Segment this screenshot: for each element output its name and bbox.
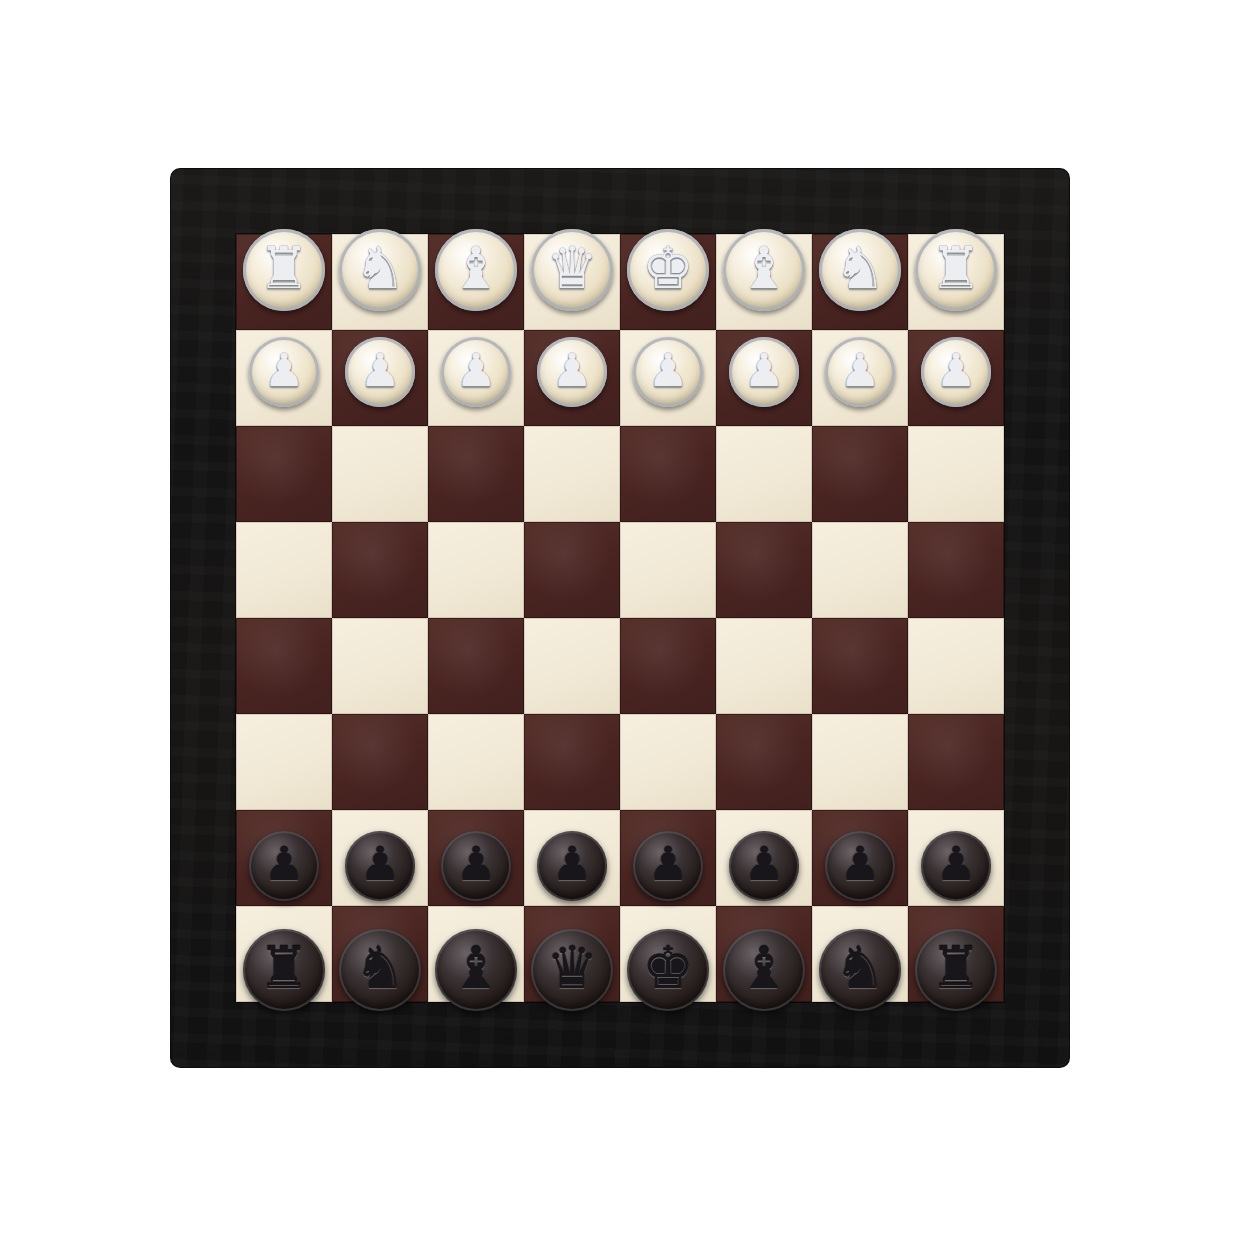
square-f7[interactable]: ♟ <box>716 330 812 426</box>
knight-icon: ♞ <box>834 939 886 997</box>
square-d3[interactable] <box>524 714 620 810</box>
black-pawn-b2[interactable]: ♟ <box>345 831 415 901</box>
king-icon: ♚ <box>642 239 694 297</box>
square-a3[interactable] <box>236 714 332 810</box>
silver-pawn-h7[interactable]: ♟ <box>921 337 991 407</box>
pawn-icon: ♟ <box>263 841 304 887</box>
pawn-icon: ♟ <box>359 841 400 887</box>
silver-pawn-g7[interactable]: ♟ <box>825 337 895 407</box>
silver-queen-d8[interactable]: ♛ <box>531 229 613 311</box>
silver-bishop-c8[interactable]: ♝ <box>435 229 517 311</box>
silver-bishop-f8[interactable]: ♝ <box>723 229 805 311</box>
product-photo-canvas: { "game": "chess", "position": { "fen": … <box>0 0 1240 1240</box>
bishop-icon: ♝ <box>450 239 502 297</box>
square-g1[interactable]: ♞ <box>812 906 908 1002</box>
square-e3[interactable] <box>620 714 716 810</box>
square-d4[interactable] <box>524 618 620 714</box>
black-pawn-c2[interactable]: ♟ <box>441 831 511 901</box>
square-c7[interactable]: ♟ <box>428 330 524 426</box>
square-a6[interactable] <box>236 426 332 522</box>
black-rook-h1[interactable]: ♜ <box>915 929 997 1011</box>
square-e2[interactable]: ♟ <box>620 810 716 906</box>
bishop-icon: ♝ <box>450 939 502 997</box>
silver-rook-a8[interactable]: ♜ <box>243 229 325 311</box>
square-g2[interactable]: ♟ <box>812 810 908 906</box>
silver-pawn-d7[interactable]: ♟ <box>537 337 607 407</box>
square-b1[interactable]: ♞ <box>332 906 428 1002</box>
rook-icon: ♜ <box>258 239 310 297</box>
square-h7[interactable]: ♟ <box>908 330 1004 426</box>
square-h5[interactable] <box>908 522 1004 618</box>
knight-icon: ♞ <box>834 239 886 297</box>
pawn-icon: ♟ <box>935 347 976 393</box>
square-c6[interactable] <box>428 426 524 522</box>
square-a8[interactable]: ♜ <box>236 234 332 330</box>
black-knight-b1[interactable]: ♞ <box>339 929 421 1011</box>
silver-knight-b8[interactable]: ♞ <box>339 229 421 311</box>
bishop-icon: ♝ <box>738 239 790 297</box>
square-b8[interactable]: ♞ <box>332 234 428 330</box>
square-g5[interactable] <box>812 522 908 618</box>
black-pawn-d2[interactable]: ♟ <box>537 831 607 901</box>
silver-rook-h8[interactable]: ♜ <box>915 229 997 311</box>
square-b5[interactable] <box>332 522 428 618</box>
pawn-icon: ♟ <box>551 841 592 887</box>
square-c1[interactable]: ♝ <box>428 906 524 1002</box>
square-b2[interactable]: ♟ <box>332 810 428 906</box>
square-a7[interactable]: ♟ <box>236 330 332 426</box>
queen-icon: ♛ <box>546 939 598 997</box>
square-h6[interactable] <box>908 426 1004 522</box>
square-d1[interactable]: ♛ <box>524 906 620 1002</box>
silver-knight-g8[interactable]: ♞ <box>819 229 901 311</box>
square-f2[interactable]: ♟ <box>716 810 812 906</box>
black-rook-a1[interactable]: ♜ <box>243 929 325 1011</box>
square-f1[interactable]: ♝ <box>716 906 812 1002</box>
pawn-icon: ♟ <box>551 347 592 393</box>
pawn-icon: ♟ <box>455 841 496 887</box>
square-a1[interactable]: ♜ <box>236 906 332 1002</box>
chess-board-frame: ♜♞♝♛♚♝♞♜♟♟♟♟♟♟♟♟♟♟♟♟♟♟♟♟♜♞♝♛♚♝♞♜ <box>170 168 1070 1068</box>
square-g6[interactable] <box>812 426 908 522</box>
pawn-icon: ♟ <box>263 347 304 393</box>
silver-pawn-f7[interactable]: ♟ <box>729 337 799 407</box>
king-icon: ♚ <box>642 939 694 997</box>
pawn-icon: ♟ <box>935 841 976 887</box>
square-e7[interactable]: ♟ <box>620 330 716 426</box>
square-c5[interactable] <box>428 522 524 618</box>
square-e8[interactable]: ♚ <box>620 234 716 330</box>
square-d2[interactable]: ♟ <box>524 810 620 906</box>
pawn-icon: ♟ <box>839 841 880 887</box>
square-b7[interactable]: ♟ <box>332 330 428 426</box>
square-h1[interactable]: ♜ <box>908 906 1004 1002</box>
bishop-icon: ♝ <box>738 939 790 997</box>
square-f5[interactable] <box>716 522 812 618</box>
knight-icon: ♞ <box>354 239 406 297</box>
square-a2[interactable]: ♟ <box>236 810 332 906</box>
square-d6[interactable] <box>524 426 620 522</box>
square-c3[interactable] <box>428 714 524 810</box>
pawn-icon: ♟ <box>743 841 784 887</box>
black-knight-g1[interactable]: ♞ <box>819 929 901 1011</box>
square-h4[interactable] <box>908 618 1004 714</box>
pawn-icon: ♟ <box>359 347 400 393</box>
black-pawn-g2[interactable]: ♟ <box>825 831 895 901</box>
rook-icon: ♜ <box>930 239 982 297</box>
black-pawn-a2[interactable]: ♟ <box>249 831 319 901</box>
black-king-e1[interactable]: ♚ <box>627 929 709 1011</box>
square-b6[interactable] <box>332 426 428 522</box>
black-pawn-e2[interactable]: ♟ <box>633 831 703 901</box>
square-e4[interactable] <box>620 618 716 714</box>
square-e6[interactable] <box>620 426 716 522</box>
silver-pawn-e7[interactable]: ♟ <box>633 337 703 407</box>
square-g4[interactable] <box>812 618 908 714</box>
silver-king-e8[interactable]: ♚ <box>627 229 709 311</box>
black-pawn-f2[interactable]: ♟ <box>729 831 799 901</box>
queen-icon: ♛ <box>546 239 598 297</box>
square-e5[interactable] <box>620 522 716 618</box>
square-f3[interactable] <box>716 714 812 810</box>
square-g3[interactable] <box>812 714 908 810</box>
rook-icon: ♜ <box>930 939 982 997</box>
silver-pawn-c7[interactable]: ♟ <box>441 337 511 407</box>
square-b3[interactable] <box>332 714 428 810</box>
square-f6[interactable] <box>716 426 812 522</box>
black-pawn-h2[interactable]: ♟ <box>921 831 991 901</box>
pawn-icon: ♟ <box>647 347 688 393</box>
square-c2[interactable]: ♟ <box>428 810 524 906</box>
pawn-icon: ♟ <box>647 841 688 887</box>
knight-icon: ♞ <box>354 939 406 997</box>
rook-icon: ♜ <box>258 939 310 997</box>
square-h8[interactable]: ♜ <box>908 234 1004 330</box>
pawn-icon: ♟ <box>839 347 880 393</box>
square-h3[interactable] <box>908 714 1004 810</box>
square-c4[interactable] <box>428 618 524 714</box>
square-d7[interactable]: ♟ <box>524 330 620 426</box>
square-g7[interactable]: ♟ <box>812 330 908 426</box>
pawn-icon: ♟ <box>455 347 496 393</box>
chess-board: ♜♞♝♛♚♝♞♜♟♟♟♟♟♟♟♟♟♟♟♟♟♟♟♟♜♞♝♛♚♝♞♜ <box>236 234 1004 1002</box>
black-queen-d1[interactable]: ♛ <box>531 929 613 1011</box>
square-h2[interactable]: ♟ <box>908 810 1004 906</box>
square-f4[interactable] <box>716 618 812 714</box>
black-bishop-f1[interactable]: ♝ <box>723 929 805 1011</box>
silver-pawn-b7[interactable]: ♟ <box>345 337 415 407</box>
pawn-icon: ♟ <box>743 347 784 393</box>
square-g8[interactable]: ♞ <box>812 234 908 330</box>
square-a5[interactable] <box>236 522 332 618</box>
square-f8[interactable]: ♝ <box>716 234 812 330</box>
square-b4[interactable] <box>332 618 428 714</box>
square-d8[interactable]: ♛ <box>524 234 620 330</box>
silver-pawn-a7[interactable]: ♟ <box>249 337 319 407</box>
square-d5[interactable] <box>524 522 620 618</box>
square-c8[interactable]: ♝ <box>428 234 524 330</box>
square-a4[interactable] <box>236 618 332 714</box>
black-bishop-c1[interactable]: ♝ <box>435 929 517 1011</box>
square-e1[interactable]: ♚ <box>620 906 716 1002</box>
